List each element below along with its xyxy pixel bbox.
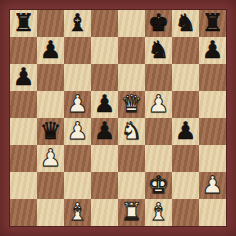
- square-f7[interactable]: ♞: [145, 37, 172, 64]
- square-h7[interactable]: ♟: [199, 37, 226, 64]
- piece-white-pawn-c4[interactable]: ♟: [67, 118, 89, 145]
- piece-black-king-f8[interactable]: ♚: [148, 10, 170, 37]
- square-d6[interactable]: [91, 64, 118, 91]
- chess-board-frame: ♜♝♚♞♜♟♞♟♟♟♟♛♟♛♟♟♞♟♟♚♟♝♜♝: [0, 0, 236, 236]
- square-d4[interactable]: ♟: [91, 118, 118, 145]
- square-e4[interactable]: ♞: [118, 118, 145, 145]
- square-f1[interactable]: ♝: [145, 199, 172, 226]
- square-f6[interactable]: [145, 64, 172, 91]
- piece-white-pawn-f5[interactable]: ♟: [148, 91, 170, 118]
- square-g1[interactable]: [172, 199, 199, 226]
- square-d3[interactable]: [91, 145, 118, 172]
- piece-black-pawn-b7[interactable]: ♟: [40, 37, 62, 64]
- square-g2[interactable]: [172, 172, 199, 199]
- piece-black-knight-g8[interactable]: ♞: [175, 10, 197, 37]
- square-h5[interactable]: [199, 91, 226, 118]
- square-a8[interactable]: ♜: [10, 10, 37, 37]
- piece-white-king-f2[interactable]: ♚: [148, 172, 170, 199]
- square-b7[interactable]: ♟: [37, 37, 64, 64]
- square-g6[interactable]: [172, 64, 199, 91]
- square-h8[interactable]: ♜: [199, 10, 226, 37]
- square-d8[interactable]: [91, 10, 118, 37]
- square-c1[interactable]: ♝: [64, 199, 91, 226]
- square-a7[interactable]: [10, 37, 37, 64]
- square-e3[interactable]: [118, 145, 145, 172]
- piece-white-pawn-h2[interactable]: ♟: [202, 172, 224, 199]
- square-d5[interactable]: ♟: [91, 91, 118, 118]
- square-c3[interactable]: [64, 145, 91, 172]
- piece-black-rook-a8[interactable]: ♜: [13, 10, 35, 37]
- square-b4[interactable]: ♛: [37, 118, 64, 145]
- piece-white-rook-e1[interactable]: ♜: [121, 199, 143, 226]
- square-a2[interactable]: [10, 172, 37, 199]
- square-b2[interactable]: [37, 172, 64, 199]
- piece-white-queen-e5[interactable]: ♛: [121, 91, 143, 118]
- piece-white-bishop-f1[interactable]: ♝: [148, 199, 170, 226]
- square-h6[interactable]: [199, 64, 226, 91]
- square-c7[interactable]: [64, 37, 91, 64]
- square-e6[interactable]: [118, 64, 145, 91]
- square-h1[interactable]: [199, 199, 226, 226]
- piece-black-pawn-d4[interactable]: ♟: [94, 118, 116, 145]
- square-f5[interactable]: ♟: [145, 91, 172, 118]
- piece-black-pawn-h7[interactable]: ♟: [202, 37, 224, 64]
- piece-white-pawn-c5[interactable]: ♟: [67, 91, 89, 118]
- square-g7[interactable]: [172, 37, 199, 64]
- piece-white-bishop-c1[interactable]: ♝: [67, 199, 89, 226]
- square-d1[interactable]: [91, 199, 118, 226]
- square-g4[interactable]: ♟: [172, 118, 199, 145]
- square-a1[interactable]: [10, 199, 37, 226]
- square-f3[interactable]: [145, 145, 172, 172]
- square-g3[interactable]: [172, 145, 199, 172]
- piece-black-rook-h8[interactable]: ♜: [202, 10, 224, 37]
- square-d7[interactable]: [91, 37, 118, 64]
- square-b8[interactable]: [37, 10, 64, 37]
- square-e2[interactable]: [118, 172, 145, 199]
- square-e5[interactable]: ♛: [118, 91, 145, 118]
- piece-black-queen-b4[interactable]: ♛: [40, 118, 62, 145]
- piece-black-bishop-c8[interactable]: ♝: [67, 10, 89, 37]
- square-a3[interactable]: [10, 145, 37, 172]
- square-d2[interactable]: [91, 172, 118, 199]
- square-e7[interactable]: [118, 37, 145, 64]
- square-e1[interactable]: ♜: [118, 199, 145, 226]
- square-h4[interactable]: [199, 118, 226, 145]
- square-c2[interactable]: [64, 172, 91, 199]
- square-f2[interactable]: ♚: [145, 172, 172, 199]
- square-g8[interactable]: ♞: [172, 10, 199, 37]
- piece-black-pawn-g4[interactable]: ♟: [175, 118, 197, 145]
- square-g5[interactable]: [172, 91, 199, 118]
- square-b6[interactable]: [37, 64, 64, 91]
- square-h3[interactable]: [199, 145, 226, 172]
- square-f4[interactable]: [145, 118, 172, 145]
- piece-white-knight-e4[interactable]: ♞: [121, 118, 143, 145]
- piece-black-pawn-a6[interactable]: ♟: [13, 64, 35, 91]
- piece-black-knight-f7[interactable]: ♞: [148, 37, 170, 64]
- square-c8[interactable]: ♝: [64, 10, 91, 37]
- piece-black-pawn-d5[interactable]: ♟: [94, 91, 116, 118]
- square-b5[interactable]: [37, 91, 64, 118]
- square-e8[interactable]: [118, 10, 145, 37]
- square-b3[interactable]: ♟: [37, 145, 64, 172]
- square-c4[interactable]: ♟: [64, 118, 91, 145]
- square-b1[interactable]: [37, 199, 64, 226]
- square-h2[interactable]: ♟: [199, 172, 226, 199]
- square-c5[interactable]: ♟: [64, 91, 91, 118]
- square-a4[interactable]: [10, 118, 37, 145]
- square-c6[interactable]: [64, 64, 91, 91]
- square-f8[interactable]: ♚: [145, 10, 172, 37]
- chess-board: ♜♝♚♞♜♟♞♟♟♟♟♛♟♛♟♟♞♟♟♚♟♝♜♝: [10, 10, 226, 226]
- square-a5[interactable]: [10, 91, 37, 118]
- square-a6[interactable]: ♟: [10, 64, 37, 91]
- piece-white-pawn-b3[interactable]: ♟: [40, 145, 62, 172]
